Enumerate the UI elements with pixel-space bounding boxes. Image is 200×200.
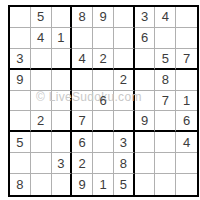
cell-r2c9[interactable] [176, 28, 197, 49]
cell-r8c9[interactable] [176, 153, 197, 174]
cell-digit: 3 [120, 136, 127, 149]
cell-digit: 3 [141, 10, 148, 23]
cell-r7c7[interactable] [135, 132, 156, 153]
cell-r2c8[interactable] [155, 28, 176, 49]
cell-r9c2[interactable] [31, 174, 52, 195]
cell-r4c7[interactable] [135, 70, 156, 91]
cell-r7c4[interactable]: 6 [72, 132, 93, 153]
cell-r6c9[interactable]: 6 [176, 111, 197, 132]
cell-r8c2[interactable] [31, 153, 52, 174]
cell-r2c5[interactable] [93, 28, 114, 49]
cell-digit: 2 [99, 52, 106, 65]
cell-r3c9[interactable]: 7 [176, 49, 197, 70]
cell-digit: 2 [37, 114, 44, 127]
cell-r1c3[interactable] [52, 7, 73, 28]
cell-r3c8[interactable]: 5 [155, 49, 176, 70]
cell-r6c2[interactable]: 2 [31, 111, 52, 132]
cell-r7c8[interactable] [155, 132, 176, 153]
cell-r6c1[interactable] [10, 111, 31, 132]
cell-digit: 8 [79, 10, 86, 23]
cell-r4c5[interactable] [93, 70, 114, 91]
cell-digit: 5 [16, 136, 23, 149]
cell-r5c3[interactable] [52, 91, 73, 112]
cell-r6c5[interactable] [93, 111, 114, 132]
cell-r8c8[interactable] [155, 153, 176, 174]
cell-digit: 3 [57, 157, 64, 170]
cell-r6c6[interactable] [114, 111, 135, 132]
cell-r6c7[interactable]: 9 [135, 111, 156, 132]
cell-r3c7[interactable] [135, 49, 156, 70]
cell-digit: 4 [79, 52, 86, 65]
cell-digit: 1 [99, 178, 106, 191]
cell-r9c8[interactable] [155, 174, 176, 195]
cell-r7c5[interactable] [93, 132, 114, 153]
cell-digit: 6 [141, 31, 148, 44]
cell-digit: 4 [162, 10, 169, 23]
cell-r8c3[interactable]: 3 [52, 153, 73, 174]
cell-r2c2[interactable]: 4 [31, 28, 52, 49]
cell-r9c5[interactable]: 1 [93, 174, 114, 195]
cell-digit: 9 [16, 73, 23, 86]
cell-r2c6[interactable] [114, 28, 135, 49]
cell-r9c4[interactable]: 9 [72, 174, 93, 195]
cell-r2c7[interactable]: 6 [135, 28, 156, 49]
cell-r1c7[interactable]: 3 [135, 7, 156, 28]
cell-r6c8[interactable] [155, 111, 176, 132]
cell-r3c6[interactable] [114, 49, 135, 70]
cell-digit: 6 [99, 94, 106, 107]
cell-r4c1[interactable]: 9 [10, 70, 31, 91]
cell-r2c1[interactable] [10, 28, 31, 49]
cell-digit: 7 [162, 94, 169, 107]
cell-r9c3[interactable] [52, 174, 73, 195]
cell-r1c8[interactable]: 4 [155, 7, 176, 28]
cell-digit: 7 [183, 52, 190, 65]
cell-r5c7[interactable] [135, 91, 156, 112]
cell-r7c2[interactable] [31, 132, 52, 153]
cell-r5c4[interactable] [72, 91, 93, 112]
cell-digit: 9 [99, 10, 106, 23]
cell-digit: 1 [183, 94, 190, 107]
cell-r1c9[interactable] [176, 7, 197, 28]
cell-r3c3[interactable] [52, 49, 73, 70]
cell-r4c6[interactable]: 2 [114, 70, 135, 91]
cell-digit: 2 [120, 73, 127, 86]
cell-r7c6[interactable]: 3 [114, 132, 135, 153]
cell-r8c7[interactable] [135, 153, 156, 174]
cell-r1c4[interactable]: 8 [72, 7, 93, 28]
cell-r3c4[interactable]: 4 [72, 49, 93, 70]
cell-digit: 8 [162, 73, 169, 86]
cell-r4c2[interactable] [31, 70, 52, 91]
cell-r9c6[interactable]: 5 [114, 174, 135, 195]
cell-r4c4[interactable] [72, 70, 93, 91]
cell-digit: 8 [120, 157, 127, 170]
cell-r5c5[interactable]: 6 [93, 91, 114, 112]
cell-digit: 5 [120, 178, 127, 191]
cell-digit: 8 [16, 178, 23, 191]
cell-r2c4[interactable] [72, 28, 93, 49]
cell-r1c6[interactable] [114, 7, 135, 28]
cell-digit: 2 [79, 157, 86, 170]
cell-r1c1[interactable] [10, 7, 31, 28]
cell-digit: 6 [79, 136, 86, 149]
cell-r3c1[interactable]: 3 [10, 49, 31, 70]
cell-r4c9[interactable] [176, 70, 197, 91]
cell-r7c9[interactable]: 4 [176, 132, 197, 153]
cell-r2c3[interactable]: 1 [52, 28, 73, 49]
cell-r6c3[interactable] [52, 111, 73, 132]
cell-digit: 1 [57, 31, 64, 44]
cell-r8c1[interactable] [10, 153, 31, 174]
cell-digit: 4 [37, 31, 44, 44]
cell-digit: 7 [79, 114, 86, 127]
cell-digit: 5 [37, 10, 44, 23]
cell-r7c1[interactable]: 5 [10, 132, 31, 153]
cell-r8c5[interactable] [93, 153, 114, 174]
cell-r1c2[interactable]: 5 [31, 7, 52, 28]
cell-r5c2[interactable] [31, 91, 52, 112]
cell-r3c2[interactable] [31, 49, 52, 70]
cell-r3c5[interactable]: 2 [93, 49, 114, 70]
cell-r7c3[interactable] [52, 132, 73, 153]
cell-digit: 3 [16, 52, 23, 65]
cell-r9c9[interactable] [176, 174, 197, 195]
cell-r6c4[interactable]: 7 [72, 111, 93, 132]
cell-r8c4[interactable]: 2 [72, 153, 93, 174]
cell-digit: 4 [183, 136, 190, 149]
cell-digit: 9 [141, 114, 148, 127]
cell-r9c7[interactable] [135, 174, 156, 195]
cell-r5c8[interactable]: 7 [155, 91, 176, 112]
cell-digit: 9 [79, 178, 86, 191]
cell-r5c9[interactable]: 1 [176, 91, 197, 112]
cell-r1c5[interactable]: 9 [93, 7, 114, 28]
cell-r8c6[interactable]: 8 [114, 153, 135, 174]
cell-r5c6[interactable] [114, 91, 135, 112]
cell-r4c8[interactable]: 8 [155, 70, 176, 91]
sudoku-board: 5893441634257928671279656343288915 [8, 5, 199, 197]
cell-digit: 6 [183, 114, 190, 127]
cell-r4c3[interactable] [52, 70, 73, 91]
cell-r9c1[interactable]: 8 [10, 174, 31, 195]
cell-r5c1[interactable] [10, 91, 31, 112]
cell-digit: 5 [162, 52, 169, 65]
